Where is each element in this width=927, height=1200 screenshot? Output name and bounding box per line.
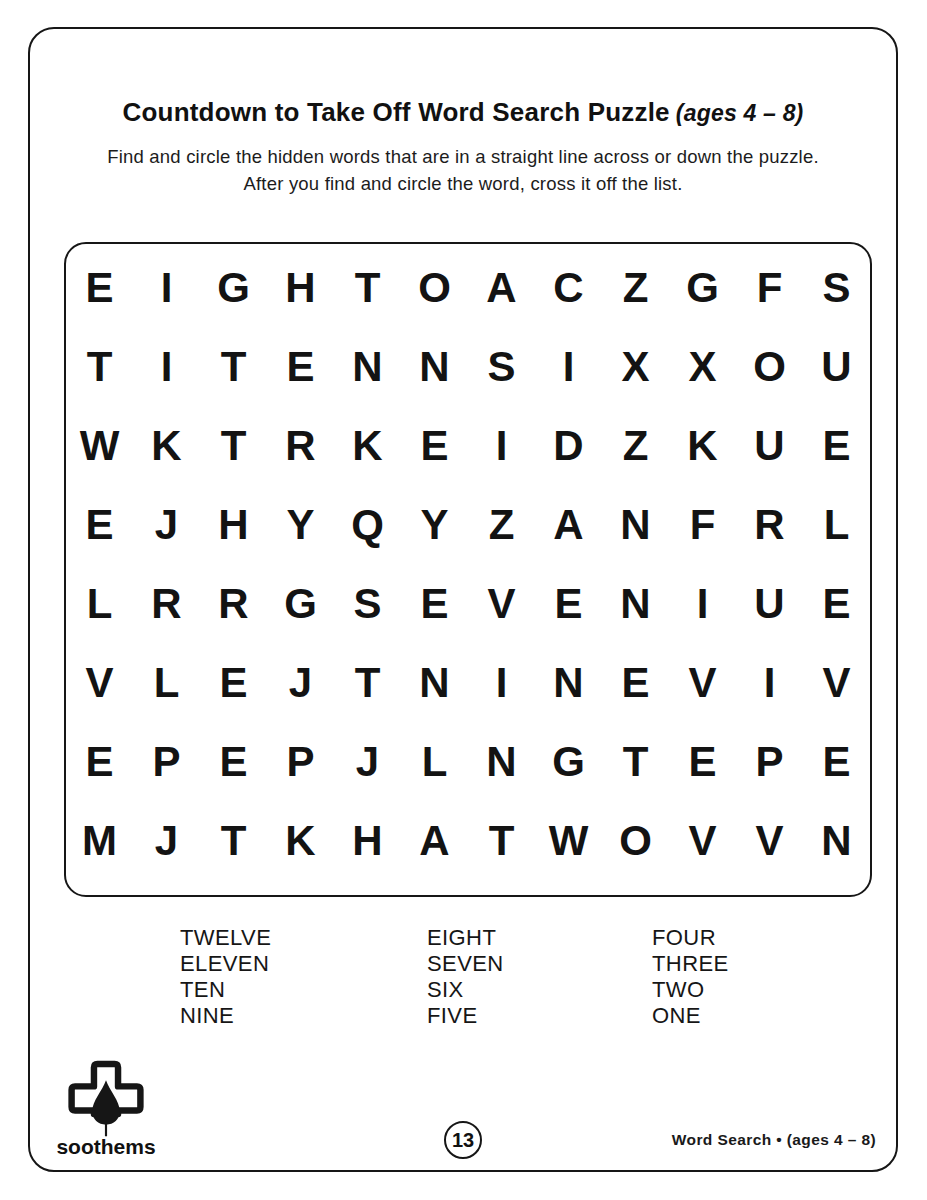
- word-list-column-1: TWELVEELEVENTENNINE: [180, 925, 427, 1029]
- grid-cell-r4c10[interactable]: F: [669, 485, 736, 564]
- grid-cell-r7c4[interactable]: P: [267, 723, 334, 802]
- grid-cell-r1c5[interactable]: T: [334, 248, 401, 327]
- page-title-text: Countdown to Take Off Word Search Puzzle: [123, 97, 670, 127]
- letter-grid: EIGHTOACZGFSTITENNSIXXOUWKTRKEIDZKUEEJHY…: [66, 244, 870, 895]
- word-eight[interactable]: EIGHT: [427, 925, 652, 951]
- brand-name: soothems: [46, 1135, 166, 1159]
- grid-cell-r8c7[interactable]: T: [468, 802, 535, 881]
- grid-cell-r1c10[interactable]: G: [669, 248, 736, 327]
- footer-caption: Word Search • (ages 4 – 8): [672, 1131, 876, 1149]
- grid-cell-r6c12[interactable]: V: [803, 644, 870, 723]
- grid-cell-r8c8[interactable]: W: [535, 802, 602, 881]
- instructions: Find and circle the hidden words that ar…: [30, 144, 896, 198]
- word-seven[interactable]: SEVEN: [427, 951, 652, 977]
- grid-cell-r8c10[interactable]: V: [669, 802, 736, 881]
- word-search-board: EIGHTOACZGFSTITENNSIXXOUWKTRKEIDZKUEEJHY…: [64, 242, 872, 897]
- grid-cell-r4c3[interactable]: H: [200, 485, 267, 564]
- grid-cell-r3c3[interactable]: T: [200, 406, 267, 485]
- grid-cell-r3c6[interactable]: E: [401, 406, 468, 485]
- brand-logo: soothems: [46, 1057, 166, 1159]
- grid-cell-r4c5[interactable]: Q: [334, 485, 401, 564]
- grid-cell-r6c2[interactable]: L: [133, 644, 200, 723]
- grid-cell-r3c1[interactable]: W: [66, 406, 133, 485]
- grid-cell-r2c9[interactable]: X: [602, 327, 669, 406]
- grid-cell-r5c1[interactable]: L: [66, 565, 133, 644]
- word-one[interactable]: ONE: [652, 1003, 729, 1029]
- worksheet-page: Countdown to Take Off Word Search Puzzle…: [28, 27, 898, 1172]
- grid-cell-r5c11[interactable]: U: [736, 565, 803, 644]
- page-number-badge: 13: [444, 1121, 482, 1159]
- instructions-line-1: Find and circle the hidden words that ar…: [30, 144, 896, 171]
- grid-cell-r3c8[interactable]: D: [535, 406, 602, 485]
- grid-cell-r1c2[interactable]: I: [133, 248, 200, 327]
- word-ten[interactable]: TEN: [180, 977, 427, 1003]
- grid-cell-r5c5[interactable]: S: [334, 565, 401, 644]
- grid-cell-r5c12[interactable]: E: [803, 565, 870, 644]
- grid-cell-r2c5[interactable]: N: [334, 327, 401, 406]
- grid-cell-r6c1[interactable]: V: [66, 644, 133, 723]
- grid-cell-r4c11[interactable]: R: [736, 485, 803, 564]
- word-eleven[interactable]: ELEVEN: [180, 951, 427, 977]
- grid-cell-r7c5[interactable]: J: [334, 723, 401, 802]
- grid-cell-r7c7[interactable]: N: [468, 723, 535, 802]
- word-four[interactable]: FOUR: [652, 925, 729, 951]
- grid-cell-r4c2[interactable]: J: [133, 485, 200, 564]
- grid-cell-r5c10[interactable]: I: [669, 565, 736, 644]
- grid-cell-r2c8[interactable]: I: [535, 327, 602, 406]
- grid-cell-r4c6[interactable]: Y: [401, 485, 468, 564]
- word-list: TWELVEELEVENTENNINEEIGHTSEVENSIXFIVEFOUR…: [180, 925, 729, 1029]
- word-six[interactable]: SIX: [427, 977, 652, 1003]
- grid-cell-r2c11[interactable]: O: [736, 327, 803, 406]
- grid-cell-r7c6[interactable]: L: [401, 723, 468, 802]
- word-five[interactable]: FIVE: [427, 1003, 652, 1029]
- grid-cell-r4c7[interactable]: Z: [468, 485, 535, 564]
- page-number: 13: [452, 1129, 474, 1152]
- grid-cell-r1c9[interactable]: Z: [602, 248, 669, 327]
- grid-cell-r8c11[interactable]: V: [736, 802, 803, 881]
- grid-cell-r3c11[interactable]: U: [736, 406, 803, 485]
- word-list-column-2: EIGHTSEVENSIXFIVE: [427, 925, 652, 1029]
- grid-cell-r3c4[interactable]: R: [267, 406, 334, 485]
- grid-cell-r7c3[interactable]: E: [200, 723, 267, 802]
- grid-cell-r6c8[interactable]: N: [535, 644, 602, 723]
- grid-cell-r1c6[interactable]: O: [401, 248, 468, 327]
- grid-cell-r7c9[interactable]: T: [602, 723, 669, 802]
- grid-cell-r7c1[interactable]: E: [66, 723, 133, 802]
- grid-cell-r3c5[interactable]: K: [334, 406, 401, 485]
- grid-cell-r1c1[interactable]: E: [66, 248, 133, 327]
- grid-cell-r5c7[interactable]: V: [468, 565, 535, 644]
- grid-cell-r3c2[interactable]: K: [133, 406, 200, 485]
- grid-cell-r4c4[interactable]: Y: [267, 485, 334, 564]
- grid-cell-r1c3[interactable]: G: [200, 248, 267, 327]
- grid-cell-r2c7[interactable]: S: [468, 327, 535, 406]
- grid-cell-r4c9[interactable]: N: [602, 485, 669, 564]
- grid-cell-r3c9[interactable]: Z: [602, 406, 669, 485]
- header: Countdown to Take Off Word Search Puzzle…: [30, 97, 896, 198]
- grid-cell-r8c4[interactable]: K: [267, 802, 334, 881]
- grid-cell-r1c4[interactable]: H: [267, 248, 334, 327]
- soothems-cross-drop-icon: [63, 1057, 149, 1139]
- grid-cell-r4c8[interactable]: A: [535, 485, 602, 564]
- grid-cell-r6c6[interactable]: N: [401, 644, 468, 723]
- grid-cell-r2c3[interactable]: T: [200, 327, 267, 406]
- instructions-line-2: After you find and circle the word, cros…: [30, 171, 896, 198]
- grid-cell-r2c12[interactable]: U: [803, 327, 870, 406]
- grid-cell-r8c6[interactable]: A: [401, 802, 468, 881]
- grid-cell-r6c7[interactable]: I: [468, 644, 535, 723]
- word-three[interactable]: THREE: [652, 951, 729, 977]
- grid-cell-r3c12[interactable]: E: [803, 406, 870, 485]
- grid-cell-r5c9[interactable]: N: [602, 565, 669, 644]
- grid-cell-r7c8[interactable]: G: [535, 723, 602, 802]
- grid-cell-r7c11[interactable]: P: [736, 723, 803, 802]
- grid-cell-r7c2[interactable]: P: [133, 723, 200, 802]
- grid-cell-r8c2[interactable]: J: [133, 802, 200, 881]
- grid-cell-r2c10[interactable]: X: [669, 327, 736, 406]
- grid-cell-r2c4[interactable]: E: [267, 327, 334, 406]
- grid-cell-r1c12[interactable]: S: [803, 248, 870, 327]
- word-twelve[interactable]: TWELVE: [180, 925, 427, 951]
- word-two[interactable]: TWO: [652, 977, 729, 1003]
- grid-cell-r5c3[interactable]: R: [200, 565, 267, 644]
- grid-cell-r8c9[interactable]: O: [602, 802, 669, 881]
- grid-cell-r3c7[interactable]: I: [468, 406, 535, 485]
- grid-cell-r4c12[interactable]: L: [803, 485, 870, 564]
- word-list-column-3: FOURTHREETWOONE: [652, 925, 729, 1029]
- grid-cell-r1c11[interactable]: F: [736, 248, 803, 327]
- grid-cell-r8c1[interactable]: M: [66, 802, 133, 881]
- page-title: Countdown to Take Off Word Search Puzzle…: [30, 97, 896, 128]
- grid-cell-r5c2[interactable]: R: [133, 565, 200, 644]
- grid-cell-r8c3[interactable]: T: [200, 802, 267, 881]
- grid-cell-r7c10[interactable]: E: [669, 723, 736, 802]
- word-nine[interactable]: NINE: [180, 1003, 427, 1029]
- grid-cell-r4c1[interactable]: E: [66, 485, 133, 564]
- grid-cell-r2c2[interactable]: I: [133, 327, 200, 406]
- grid-cell-r8c12[interactable]: N: [803, 802, 870, 881]
- grid-cell-r2c6[interactable]: N: [401, 327, 468, 406]
- page-title-age-range: (ages 4 – 8): [676, 100, 804, 126]
- grid-cell-r6c11[interactable]: I: [736, 644, 803, 723]
- grid-cell-r6c10[interactable]: V: [669, 644, 736, 723]
- grid-cell-r7c12[interactable]: E: [803, 723, 870, 802]
- grid-cell-r8c5[interactable]: H: [334, 802, 401, 881]
- grid-cell-r2c1[interactable]: T: [66, 327, 133, 406]
- grid-cell-r5c4[interactable]: G: [267, 565, 334, 644]
- grid-cell-r1c7[interactable]: A: [468, 248, 535, 327]
- grid-cell-r5c6[interactable]: E: [401, 565, 468, 644]
- grid-cell-r6c9[interactable]: E: [602, 644, 669, 723]
- grid-cell-r3c10[interactable]: K: [669, 406, 736, 485]
- grid-cell-r6c4[interactable]: J: [267, 644, 334, 723]
- grid-cell-r6c3[interactable]: E: [200, 644, 267, 723]
- grid-cell-r6c5[interactable]: T: [334, 644, 401, 723]
- grid-cell-r5c8[interactable]: E: [535, 565, 602, 644]
- grid-cell-r1c8[interactable]: C: [535, 248, 602, 327]
